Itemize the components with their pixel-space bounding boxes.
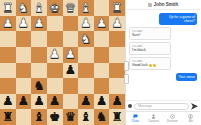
board-square[interactable]: ♟ <box>94 16 110 32</box>
board-square[interactable] <box>16 109 32 125</box>
board-square[interactable] <box>78 63 94 79</box>
white-pawn[interactable]: ♟ <box>18 17 29 30</box>
board-square[interactable]: ♟ <box>63 47 79 63</box>
board-square[interactable] <box>47 31 63 47</box>
message-input-bar <box>126 100 200 111</box>
black-bishop[interactable]: ♝ <box>80 111 91 124</box>
board-square[interactable] <box>78 47 94 63</box>
board-square[interactable]: ♟ <box>31 94 47 110</box>
board-square[interactable]: ♟ <box>109 94 125 110</box>
black-pawn[interactable]: ♟ <box>33 95 44 108</box>
board-square[interactable]: ♜ <box>0 109 16 125</box>
tab-chats[interactable]: Chats <box>126 112 145 125</box>
board-square[interactable] <box>0 31 16 47</box>
black-pawn[interactable]: ♟ <box>2 95 13 108</box>
received-message-card: 9:45 AMGood luck <box>129 57 171 70</box>
board-square[interactable] <box>109 47 125 63</box>
black-knight[interactable]: ♞ <box>33 80 44 93</box>
board-square[interactable] <box>109 78 125 94</box>
tab-label: Discover <box>167 120 178 123</box>
board-square[interactable] <box>16 47 32 63</box>
white-pawn[interactable]: ♟ <box>96 17 107 30</box>
black-pawn[interactable]: ♟ <box>65 64 76 77</box>
board-square[interactable]: ♛ <box>63 0 79 16</box>
board-square[interactable] <box>94 78 110 94</box>
board-square[interactable]: ♟ <box>109 16 125 32</box>
white-pawn[interactable]: ♟ <box>33 17 44 30</box>
sent-message-bubble: Up for a game of chess? <box>159 13 197 25</box>
board-square[interactable] <box>94 63 110 79</box>
board-square[interactable]: ♞ <box>78 31 94 47</box>
board-square[interactable] <box>109 31 125 47</box>
emoji-icon <box>149 64 152 67</box>
board-square[interactable]: ♚ <box>47 109 63 125</box>
tab-label: Contacts <box>148 120 159 123</box>
white-bishop[interactable]: ♝ <box>33 2 44 15</box>
white-knight[interactable]: ♞ <box>80 33 91 46</box>
board-square[interactable] <box>63 94 79 110</box>
tab-label: Chats <box>132 120 139 123</box>
board-square[interactable] <box>63 31 79 47</box>
chat-panel: John Smith Up for a game of chess?9:41 A… <box>125 0 200 125</box>
panel-handle-top[interactable] <box>124 61 129 71</box>
board-square[interactable]: ♝ <box>78 0 94 16</box>
chess-board[interactable]: ♜♞♝♚♛♝♜♟♟♟♟♟♟♞♟♟♟♞♟♟♟♟♟♟♟♜♝♚♛♝♞♜ <box>0 0 125 125</box>
board-square[interactable]: ♜ <box>0 0 16 16</box>
board-square[interactable] <box>63 16 79 32</box>
board-square[interactable] <box>16 63 32 79</box>
black-pawn[interactable]: ♟ <box>80 95 91 108</box>
white-pawn[interactable]: ♟ <box>80 17 91 30</box>
board-square[interactable]: ♚ <box>47 0 63 16</box>
tab-discover[interactable]: Discover <box>163 112 182 125</box>
board-square[interactable]: ♝ <box>31 0 47 16</box>
board-square[interactable]: ♛ <box>63 109 79 125</box>
board-square[interactable]: ♞ <box>94 109 110 125</box>
board-square[interactable]: ♟ <box>47 47 63 63</box>
tab-bar: ChatsContactsDiscoverMe <box>126 111 200 125</box>
white-pawn[interactable]: ♟ <box>49 48 60 61</box>
board-square[interactable] <box>109 63 125 79</box>
board-square[interactable] <box>31 47 47 63</box>
board-square[interactable] <box>16 31 32 47</box>
panel-handle-bottom[interactable] <box>124 74 129 84</box>
message-input[interactable] <box>134 103 189 110</box>
white-queen[interactable]: ♛ <box>65 2 76 15</box>
chat-header: John Smith <box>126 0 200 10</box>
board-square[interactable]: ♞ <box>31 78 47 94</box>
received-message-card: 9:42 AMI'm black <box>129 42 171 55</box>
board-square[interactable] <box>47 63 63 79</box>
board-square[interactable]: ♜ <box>109 109 125 125</box>
black-pawn[interactable]: ♟ <box>112 95 123 108</box>
white-king[interactable]: ♚ <box>49 2 60 15</box>
board-square[interactable]: ♟ <box>0 94 16 110</box>
board-square[interactable]: ♟ <box>16 16 32 32</box>
board-square[interactable] <box>0 78 16 94</box>
board-square[interactable]: ♞ <box>16 0 32 16</box>
tab-contacts[interactable]: Contacts <box>145 112 164 125</box>
message-text: I'm black <box>132 48 168 53</box>
received-message-card: 9:41 AMSure! <box>129 27 171 40</box>
white-pawn[interactable]: ♟ <box>65 48 76 61</box>
black-rook[interactable]: ♜ <box>2 111 13 124</box>
board-square[interactable] <box>31 63 47 79</box>
board-square[interactable]: ♟ <box>78 94 94 110</box>
board-square[interactable]: ♟ <box>63 63 79 79</box>
emoji-icon <box>153 64 156 67</box>
paper-plane-icon <box>191 103 198 110</box>
board-square[interactable]: ♟ <box>16 94 32 110</box>
black-knight[interactable]: ♞ <box>96 111 107 124</box>
board-square[interactable]: ♟ <box>31 16 47 32</box>
board-square[interactable] <box>78 78 94 94</box>
black-pawn[interactable]: ♟ <box>96 95 107 108</box>
board-square[interactable]: ♝ <box>78 109 94 125</box>
board-square[interactable] <box>16 78 32 94</box>
board-square[interactable]: ♝ <box>31 109 47 125</box>
white-rook[interactable]: ♜ <box>112 2 123 15</box>
black-king[interactable]: ♚ <box>49 111 60 124</box>
white-bishop[interactable]: ♝ <box>80 2 91 15</box>
message-text: Up for a game of chess? <box>161 15 195 23</box>
black-rook[interactable]: ♜ <box>112 111 123 124</box>
message-text: Good luck <box>132 63 168 68</box>
board-square[interactable] <box>0 63 16 79</box>
board-square[interactable]: ♟ <box>78 16 94 32</box>
black-pawn[interactable]: ♟ <box>18 95 29 108</box>
black-queen[interactable]: ♛ <box>65 111 76 124</box>
board-square[interactable]: ♜ <box>109 0 125 16</box>
white-pawn[interactable]: ♟ <box>2 17 13 30</box>
board-square[interactable] <box>47 16 63 32</box>
camera-icon[interactable] <box>128 104 132 108</box>
chat-title: John Smith <box>154 2 179 7</box>
send-button[interactable] <box>191 103 198 110</box>
board-square[interactable] <box>94 47 110 63</box>
board-square[interactable] <box>63 78 79 94</box>
white-rook[interactable]: ♜ <box>2 2 13 15</box>
message-text: Your move <box>178 75 195 79</box>
black-pawn[interactable]: ♟ <box>49 95 60 108</box>
board-square[interactable]: ♟ <box>47 94 63 110</box>
board-square[interactable] <box>94 31 110 47</box>
avatar <box>148 3 152 7</box>
sent-message-bubble: Your move <box>176 73 197 81</box>
tab-me[interactable]: Me <box>182 112 201 125</box>
message-list: Up for a game of chess?9:41 AMSure!9:42 … <box>126 10 200 100</box>
message-text: Sure! <box>132 33 168 38</box>
board-square[interactable]: ♟ <box>0 16 16 32</box>
board-square[interactable] <box>0 47 16 63</box>
white-pawn[interactable]: ♟ <box>112 17 123 30</box>
tab-label: Me <box>189 120 193 123</box>
black-bishop[interactable]: ♝ <box>33 111 44 124</box>
white-knight[interactable]: ♞ <box>18 2 29 15</box>
board-square[interactable]: ♟ <box>94 94 110 110</box>
board-square[interactable] <box>31 31 47 47</box>
app-window: ♜♞♝♚♛♝♜♟♟♟♟♟♟♞♟♟♟♞♟♟♟♟♟♟♟♜♝♚♛♝♞♜ John Sm… <box>0 0 200 125</box>
board-square[interactable] <box>94 0 110 16</box>
board-square[interactable] <box>47 78 63 94</box>
